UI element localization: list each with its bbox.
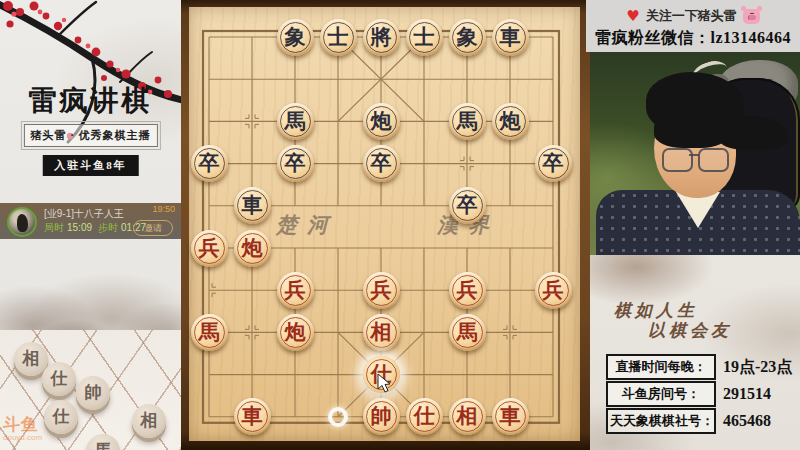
total-clock: 19:50 — [152, 204, 175, 214]
piece-士[interactable]: 士 — [406, 19, 443, 56]
follow-text: 关注一下猪头雷 — [646, 7, 737, 25]
piece-兵[interactable]: 兵 — [535, 272, 572, 309]
photo-piece: 帥 — [76, 376, 110, 410]
club-value: 465468 — [723, 412, 771, 430]
schedule-label: 直播时间每晚： — [606, 354, 716, 380]
opponent-panel: [业9-1]十八子人王 局时15:09步时01:27 19:50 邀请 — [0, 203, 181, 239]
piece-馬[interactable]: 馬 — [449, 103, 486, 140]
piece-卒[interactable]: 卒 — [535, 145, 572, 182]
piece-卒[interactable]: 卒 — [449, 187, 486, 224]
years-banner: 入驻斗鱼8年 — [42, 155, 139, 176]
glasses — [662, 148, 728, 172]
photo-piece: 仕 — [44, 400, 78, 434]
piece-兵[interactable]: 兵 — [277, 272, 314, 309]
room-value: 291514 — [723, 385, 771, 403]
piece-車[interactable]: 車 — [492, 398, 529, 435]
game-time-label: 局时 — [44, 222, 64, 233]
avatar — [7, 207, 37, 237]
piece-仕[interactable]: 仕 — [406, 398, 443, 435]
photo-piece: 相 — [132, 404, 166, 438]
move-from-marker — [328, 407, 348, 427]
channel-title: 雷疯讲棋 — [0, 82, 181, 120]
sidebar: 雷疯讲棋 猪头雷 · 优秀象棋主播 入驻斗鱼8年 [业9-1]十八子人王 局时1… — [0, 0, 181, 450]
move-time-label: 步时 — [98, 222, 118, 233]
watermark-logo: 斗鱼 — [3, 415, 39, 434]
info-panel: 棋如人生 以棋会友 直播时间每晚： 19点-23点 斗鱼房间号： 291514 … — [590, 255, 800, 450]
pig-icon — [743, 9, 760, 24]
piece-車[interactable]: 車 — [234, 187, 271, 224]
piece-卒[interactable]: 卒 — [363, 145, 400, 182]
schedule-row: 直播时间每晚： 19点-23点 — [606, 354, 792, 380]
watermark-url: douyu.com — [3, 434, 42, 442]
motto-line-2: 以棋会友 — [648, 319, 732, 342]
room-label: 斗鱼房间号： — [606, 381, 716, 407]
xiangqi-board[interactable]: 楚河 漢界 象士將士象車馬炮馬炮卒卒卒卒車卒兵炮兵兵兵兵馬炮相馬仕車帥仕相車 — [181, 0, 590, 450]
piece-相[interactable]: 相 — [363, 314, 400, 351]
piece-士[interactable]: 士 — [320, 19, 357, 56]
room-row: 斗鱼房间号： 291514 — [606, 381, 771, 407]
mouse-cursor — [377, 374, 393, 394]
piece-兵[interactable]: 兵 — [449, 272, 486, 309]
webcam-video — [590, 52, 800, 255]
schedule-value: 19点-23点 — [723, 357, 792, 378]
piece-炮[interactable]: 炮 — [277, 314, 314, 351]
piece-馬[interactable]: 馬 — [191, 314, 228, 351]
game-time-value: 15:09 — [67, 222, 92, 233]
piece-兵[interactable]: 兵 — [363, 272, 400, 309]
river-label-left: 楚河 — [265, 212, 339, 238]
piece-車[interactable]: 車 — [492, 19, 529, 56]
opponent-name: [业9-1]十八子人王 — [44, 207, 124, 221]
channel-subtitle: 猪头雷 · 优秀象棋主播 — [23, 124, 157, 147]
piece-炮[interactable]: 炮 — [234, 230, 271, 267]
club-row: 天天象棋棋社号： 465468 — [606, 408, 771, 434]
invite-button[interactable]: 邀请 — [133, 220, 173, 236]
decorative-board-photo: 相仕帥仕相馬 斗鱼 douyu.com — [0, 330, 181, 450]
piece-兵[interactable]: 兵 — [191, 230, 228, 267]
piece-馬[interactable]: 馬 — [449, 314, 486, 351]
follow-line: ♥ 关注一下猪头雷 — [586, 7, 800, 25]
piece-將[interactable]: 將 — [363, 19, 400, 56]
piece-象[interactable]: 象 — [277, 19, 314, 56]
piece-炮[interactable]: 炮 — [492, 103, 529, 140]
piece-卒[interactable]: 卒 — [277, 145, 314, 182]
piece-帥[interactable]: 帥 — [363, 398, 400, 435]
club-label: 天天象棋棋社号： — [606, 408, 716, 434]
photo-piece: 仕 — [42, 362, 76, 396]
douyu-watermark: 斗鱼 douyu.com — [3, 416, 42, 442]
piece-卒[interactable]: 卒 — [191, 145, 228, 182]
stream-screenshot: 雷疯讲棋 猪头雷 · 优秀象棋主播 入驻斗鱼8年 [业9-1]十八子人王 局时1… — [0, 0, 800, 450]
follow-banner: ♥ 关注一下猪头雷 雷疯粉丝微信：lz13146464 — [586, 0, 800, 52]
piece-馬[interactable]: 馬 — [277, 103, 314, 140]
piece-相[interactable]: 相 — [449, 398, 486, 435]
piece-象[interactable]: 象 — [449, 19, 486, 56]
wechat-line: 雷疯粉丝微信：lz13146464 — [586, 28, 800, 49]
piece-炮[interactable]: 炮 — [363, 103, 400, 140]
piece-車[interactable]: 車 — [234, 398, 271, 435]
heart-icon: ♥ — [626, 7, 639, 25]
